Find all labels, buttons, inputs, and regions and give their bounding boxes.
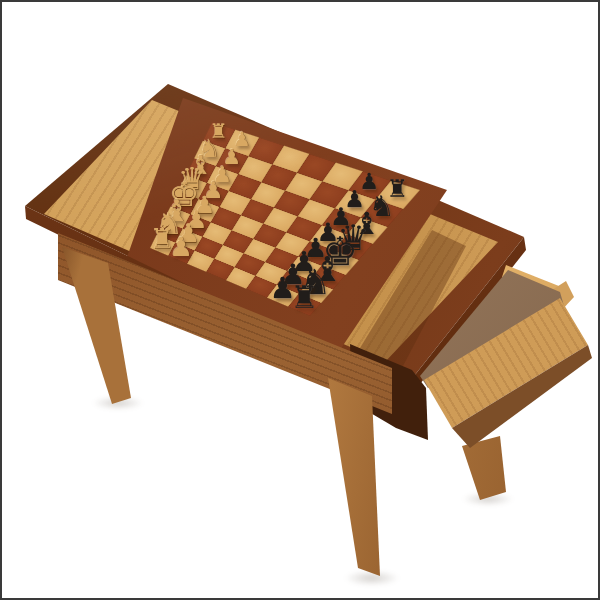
piece-black-rook[interactable]: ♜ [290,281,318,312]
piece-white-pawn[interactable]: ♟ [169,234,193,260]
floor-shadow-right-leg [462,492,514,506]
floor-shadow-left-leg [92,396,144,410]
pieces-layer: ♜♞♝♛♚♝♞♜♟♟♟♟♟♟♟♟♟♟♟♟♟♟♟♟♜♞♝♛♚♝♞♜ [0,0,600,600]
chess-table-photo: ♜♞♝♛♚♝♞♜♟♟♟♟♟♟♟♟♟♟♟♟♟♟♟♟♜♞♝♛♚♝♞♜ [0,0,600,600]
floor-shadow-front-leg [344,570,400,586]
